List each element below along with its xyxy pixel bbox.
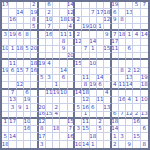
cell-r14c11[interactable] <box>75 97 82 104</box>
cell-r8c3[interactable] <box>17 53 24 60</box>
cell-r9c4[interactable] <box>24 60 31 67</box>
cell-r7c17[interactable] <box>119 46 126 53</box>
cell-r10c17[interactable]: 8 <box>119 68 126 75</box>
cell-r4c18[interactable] <box>126 24 133 31</box>
cell-r19c9[interactable] <box>60 133 67 140</box>
cell-r17c9[interactable] <box>60 119 67 126</box>
cell-r12c4[interactable] <box>24 82 31 89</box>
cell-r13c6[interactable] <box>39 90 46 97</box>
cell-r20c3[interactable] <box>17 141 24 148</box>
cell-r9c10[interactable] <box>68 60 75 67</box>
cell-r11c12[interactable]: 11 <box>82 75 89 82</box>
cell-r1c6[interactable] <box>39 2 46 9</box>
cell-r14c7[interactable] <box>46 97 53 104</box>
cell-r16c9[interactable] <box>60 112 67 119</box>
cell-r18c15[interactable] <box>104 126 111 133</box>
cell-r20c10[interactable] <box>68 141 75 148</box>
cell-r13c13[interactable] <box>90 90 97 97</box>
cell-r11c6[interactable]: 5 <box>39 75 46 82</box>
cell-r18c1[interactable] <box>2 126 9 133</box>
cell-r4c14[interactable]: 1 <box>97 24 104 31</box>
cell-r9c6[interactable]: 19 <box>39 60 46 67</box>
cell-r12c10[interactable] <box>68 82 75 89</box>
cell-r20c13[interactable]: 1 <box>90 141 97 148</box>
cell-r16c13[interactable] <box>90 112 97 119</box>
cell-r20c16[interactable]: 2 <box>112 141 119 148</box>
cell-r6c9[interactable]: 8 <box>60 39 67 46</box>
cell-r19c5[interactable] <box>31 133 38 140</box>
cell-r2c2[interactable] <box>9 9 16 16</box>
cell-r20c15[interactable] <box>104 141 111 148</box>
cell-r1c11[interactable] <box>75 2 82 9</box>
cell-r8c5[interactable] <box>31 53 38 60</box>
cell-r18c16[interactable]: 14 <box>112 126 119 133</box>
cell-r14c14[interactable]: 11 <box>97 97 104 104</box>
cell-r14c1[interactable] <box>2 97 9 104</box>
cell-r5c19[interactable]: 4 <box>133 31 140 38</box>
cell-r7c2[interactable]: 1 <box>9 46 16 53</box>
cell-r2c3[interactable]: 14 <box>17 9 24 16</box>
cell-r16c12[interactable]: 1 <box>82 112 89 119</box>
cell-r16c11[interactable] <box>75 112 82 119</box>
cell-r3c9[interactable]: 18 <box>60 17 67 24</box>
cell-r8c20[interactable] <box>141 53 148 60</box>
cell-r6c19[interactable] <box>133 39 140 46</box>
cell-r19c2[interactable]: 14 <box>9 133 16 140</box>
cell-r17c19[interactable]: 16 <box>133 119 140 126</box>
cell-r13c9[interactable]: 10 <box>60 90 67 97</box>
cell-r8c1[interactable] <box>2 53 9 60</box>
cell-r7c19[interactable] <box>133 46 140 53</box>
cell-r11c1[interactable] <box>2 75 9 82</box>
cell-r16c18[interactable]: 12 <box>126 112 133 119</box>
cell-r8c9[interactable] <box>60 53 67 60</box>
cell-r1c13[interactable] <box>90 2 97 9</box>
cell-r19c8[interactable] <box>53 133 60 140</box>
cell-r17c5[interactable] <box>31 119 38 126</box>
cell-r14c12[interactable]: 12 <box>82 97 89 104</box>
cell-r14c5[interactable] <box>31 97 38 104</box>
cell-r5c6[interactable] <box>39 31 46 38</box>
cell-r8c19[interactable] <box>133 53 140 60</box>
cell-r6c10[interactable] <box>68 39 75 46</box>
cell-r4c20[interactable] <box>141 24 148 31</box>
cell-r20c9[interactable] <box>60 141 67 148</box>
cell-r9c17[interactable] <box>119 60 126 67</box>
cell-r15c15[interactable]: 13 <box>104 104 111 111</box>
cell-r5c17[interactable]: 18 <box>119 31 126 38</box>
cell-r7c9[interactable]: 9 <box>60 46 67 53</box>
cell-r6c14[interactable] <box>97 39 104 46</box>
cell-r8c17[interactable] <box>119 53 126 60</box>
cell-r15c8[interactable]: 2 <box>53 104 60 111</box>
cell-r2c16[interactable]: 6 <box>112 9 119 16</box>
cell-r7c14[interactable] <box>97 46 104 53</box>
cell-r18c13[interactable] <box>90 126 97 133</box>
cell-r2c9[interactable] <box>60 9 67 16</box>
cell-r11c15[interactable] <box>104 75 111 82</box>
cell-r3c20[interactable] <box>141 17 148 24</box>
cell-r3c11[interactable]: 2 <box>75 17 82 24</box>
cell-r6c20[interactable] <box>141 39 148 46</box>
cell-r13c4[interactable]: 6 <box>24 90 31 97</box>
cell-r16c6[interactable]: 16 <box>39 112 46 119</box>
cell-r2c12[interactable] <box>82 9 89 16</box>
cell-r16c20[interactable]: 13 <box>141 112 148 119</box>
cell-r9c15[interactable] <box>104 60 111 67</box>
cell-r12c8[interactable]: 1 <box>53 82 60 89</box>
cell-r2c14[interactable]: 17 <box>97 9 104 16</box>
cell-r12c3[interactable]: 12 <box>17 82 24 89</box>
cell-r14c17[interactable]: 16 <box>119 97 126 104</box>
cell-r10c20[interactable] <box>141 68 148 75</box>
cell-r5c16[interactable]: 7 <box>112 31 119 38</box>
cell-r19c3[interactable] <box>17 133 24 140</box>
cell-r19c12[interactable] <box>82 133 89 140</box>
cell-r11c17[interactable] <box>119 75 126 82</box>
cell-r13c15[interactable]: 4 <box>104 90 111 97</box>
cell-r9c1[interactable] <box>2 60 9 67</box>
cell-r1c2[interactable] <box>9 2 16 9</box>
cell-r3c15[interactable]: 12 <box>104 17 111 24</box>
cell-r3c1[interactable] <box>2 17 9 24</box>
cell-r8c11[interactable] <box>75 53 82 60</box>
cell-r20c2[interactable] <box>9 141 16 148</box>
cell-r11c8[interactable] <box>53 75 60 82</box>
cell-r10c12[interactable] <box>82 68 89 75</box>
cell-r19c18[interactable] <box>126 133 133 140</box>
cell-r4c16[interactable] <box>112 24 119 31</box>
cell-r4c7[interactable]: 7 <box>46 24 53 31</box>
cell-r9c7[interactable]: 4 <box>46 60 53 67</box>
cell-r20c7[interactable] <box>46 141 53 148</box>
cell-r10c8[interactable] <box>53 68 60 75</box>
cell-r10c5[interactable]: 16 <box>31 68 38 75</box>
cell-r4c8[interactable] <box>53 24 60 31</box>
cell-r12c18[interactable]: 14 <box>126 82 133 89</box>
cell-r9c13[interactable]: 10 <box>90 60 97 67</box>
cell-r17c18[interactable] <box>126 119 133 126</box>
cell-r19c16[interactable]: 1 <box>112 133 119 140</box>
cell-r8c14[interactable] <box>97 53 104 60</box>
cell-r7c5[interactable]: 20 <box>31 46 38 53</box>
cell-r15c2[interactable]: 3 <box>9 104 16 111</box>
cell-r2c13[interactable]: 7 <box>90 9 97 16</box>
cell-r13c1[interactable] <box>2 90 9 97</box>
cell-r1c12[interactable] <box>82 2 89 9</box>
cell-r8c18[interactable] <box>126 53 133 60</box>
cell-r17c11[interactable] <box>75 119 82 126</box>
cell-r17c8[interactable] <box>53 119 60 126</box>
cell-r18c18[interactable] <box>126 126 133 133</box>
cell-r4c10[interactable]: 4 <box>68 24 75 31</box>
cell-r18c6[interactable]: 8 <box>39 126 46 133</box>
cell-r12c6[interactable] <box>39 82 46 89</box>
cell-r6c1[interactable] <box>2 39 9 46</box>
cell-r7c20[interactable] <box>141 46 148 53</box>
cell-r1c19[interactable]: 5 <box>133 2 140 9</box>
cell-r11c4[interactable] <box>24 75 31 82</box>
cell-r3c3[interactable] <box>17 17 24 24</box>
cell-r2c19[interactable] <box>133 9 140 16</box>
cell-r13c18[interactable] <box>126 90 133 97</box>
cell-r15c9[interactable] <box>60 104 67 111</box>
cell-r6c17[interactable] <box>119 39 126 46</box>
cell-r10c3[interactable]: 15 <box>17 68 24 75</box>
cell-r14c20[interactable]: 10 <box>141 97 148 104</box>
cell-r1c10[interactable]: 14 <box>68 2 75 9</box>
cell-r15c13[interactable]: 6 <box>90 104 97 111</box>
cell-r1c16[interactable]: 19 <box>112 2 119 9</box>
cell-r2c17[interactable] <box>119 9 126 16</box>
cell-r7c11[interactable] <box>75 46 82 53</box>
cell-r8c8[interactable] <box>53 53 60 60</box>
cell-r11c10[interactable] <box>68 75 75 82</box>
cell-r10c11[interactable] <box>75 68 82 75</box>
cell-r3c16[interactable]: 9 <box>112 17 119 24</box>
cell-r18c4[interactable]: 16 <box>24 126 31 133</box>
cell-r8c12[interactable] <box>82 53 89 60</box>
cell-r1c5[interactable]: 2 <box>31 2 38 9</box>
cell-r4c13[interactable]: 10 <box>90 24 97 31</box>
cell-r8c6[interactable] <box>39 53 46 60</box>
cell-r8c4[interactable] <box>24 53 31 60</box>
cell-r7c13[interactable]: 1 <box>90 46 97 53</box>
cell-r14c18[interactable]: 4 <box>126 97 133 104</box>
cell-r5c3[interactable]: 6 <box>17 31 24 38</box>
cell-r18c5[interactable] <box>31 126 38 133</box>
cell-r20c18[interactable]: 9 <box>126 141 133 148</box>
cell-r6c16[interactable]: 17 <box>112 39 119 46</box>
cell-r6c4[interactable] <box>24 39 31 46</box>
cell-r5c8[interactable] <box>53 31 60 38</box>
cell-r10c4[interactable]: 7 <box>24 68 31 75</box>
cell-r4c17[interactable] <box>119 24 126 31</box>
cell-r3c18[interactable] <box>126 17 133 24</box>
cell-r11c16[interactable] <box>112 75 119 82</box>
cell-r4c4[interactable] <box>24 24 31 31</box>
cell-r6c12[interactable] <box>82 39 89 46</box>
cell-r4c2[interactable] <box>9 24 16 31</box>
cell-r3c5[interactable]: 8 <box>31 17 38 24</box>
cell-r4c19[interactable] <box>133 24 140 31</box>
cell-r17c16[interactable]: 18 <box>112 119 119 126</box>
cell-r15c4[interactable]: 1 <box>24 104 31 111</box>
cell-r1c7[interactable]: 6 <box>46 2 53 9</box>
cell-r20c12[interactable]: 14 <box>82 141 89 148</box>
cell-r11c2[interactable] <box>9 75 16 82</box>
cell-r15c19[interactable] <box>133 104 140 111</box>
cell-r3c7[interactable]: 10 <box>46 17 53 24</box>
cell-r5c13[interactable] <box>90 31 97 38</box>
cell-r13c17[interactable] <box>119 90 126 97</box>
cell-r16c8[interactable]: 4 <box>53 112 60 119</box>
cell-r2c6[interactable] <box>39 9 46 16</box>
cell-r6c7[interactable] <box>46 39 53 46</box>
cell-r13c12[interactable]: 18 <box>82 90 89 97</box>
cell-r11c11[interactable] <box>75 75 82 82</box>
cell-r18c2[interactable] <box>9 126 16 133</box>
cell-r18c8[interactable]: 18 <box>53 126 60 133</box>
cell-r12c19[interactable] <box>133 82 140 89</box>
cell-r3c4[interactable] <box>24 17 31 24</box>
cell-r5c12[interactable] <box>82 31 89 38</box>
cell-r11c19[interactable] <box>133 75 140 82</box>
cell-r10c18[interactable]: 2 <box>126 68 133 75</box>
cell-r12c20[interactable]: 18 <box>141 82 148 89</box>
cell-r1c17[interactable] <box>119 2 126 9</box>
cell-r18c19[interactable] <box>133 126 140 133</box>
cell-r8c15[interactable] <box>104 53 111 60</box>
cell-r11c7[interactable]: 3 <box>46 75 53 82</box>
cell-r7c1[interactable]: 10 <box>2 46 9 53</box>
cell-r5c20[interactable]: 14 <box>141 31 148 38</box>
cell-r9c20[interactable] <box>141 60 148 67</box>
cell-r7c7[interactable] <box>46 46 53 53</box>
cell-r1c4[interactable] <box>24 2 31 9</box>
cell-r6c8[interactable] <box>53 39 60 46</box>
cell-r14c4[interactable]: 19 <box>24 97 31 104</box>
cell-r16c1[interactable] <box>2 112 9 119</box>
cell-r12c9[interactable] <box>60 82 67 89</box>
cell-r16c16[interactable]: 6 <box>112 112 119 119</box>
cell-r2c4[interactable] <box>24 9 31 16</box>
cell-r10c19[interactable]: 12 <box>133 68 140 75</box>
cell-r19c14[interactable] <box>97 133 104 140</box>
cell-r16c15[interactable] <box>104 112 111 119</box>
cell-r1c3[interactable] <box>17 2 24 9</box>
cell-r1c14[interactable] <box>97 2 104 9</box>
cell-r16c2[interactable] <box>9 112 16 119</box>
cell-r13c10[interactable] <box>68 90 75 97</box>
cell-r16c17[interactable]: 7 <box>119 112 126 119</box>
cell-r10c13[interactable] <box>90 68 97 75</box>
cell-r4c9[interactable] <box>60 24 67 31</box>
cell-r16c19[interactable]: 2 <box>133 112 140 119</box>
cell-r15c7[interactable] <box>46 104 53 111</box>
cell-r3c19[interactable] <box>133 17 140 24</box>
cell-r15c3[interactable]: 9 <box>17 104 24 111</box>
cell-r12c11[interactable] <box>75 82 82 89</box>
cell-r17c17[interactable] <box>119 119 126 126</box>
cell-r9c12[interactable] <box>82 60 89 67</box>
cell-r17c2[interactable]: 17 <box>9 119 16 126</box>
cell-r10c15[interactable] <box>104 68 111 75</box>
cell-r14c3[interactable] <box>17 97 24 104</box>
cell-r14c16[interactable] <box>112 97 119 104</box>
cell-r11c13[interactable] <box>90 75 97 82</box>
cell-r2c1[interactable] <box>2 9 9 16</box>
cell-r18c7[interactable] <box>46 126 53 133</box>
cell-r1c1[interactable]: 17 <box>2 2 9 9</box>
cell-r4c3[interactable] <box>17 24 24 31</box>
cell-r9c8[interactable] <box>53 60 60 67</box>
cell-r13c16[interactable] <box>112 90 119 97</box>
cell-r11c18[interactable]: 13 <box>126 75 133 82</box>
cell-r10c9[interactable]: 14 <box>60 68 67 75</box>
cell-r9c2[interactable]: 11 <box>9 60 16 67</box>
cell-r15c11[interactable]: 5 <box>75 104 82 111</box>
cell-r20c20[interactable]: 8 <box>141 141 148 148</box>
cell-r19c4[interactable] <box>24 133 31 140</box>
cell-r5c4[interactable]: 8 <box>24 31 31 38</box>
cell-r20c1[interactable]: 18 <box>2 141 9 148</box>
cell-r7c15[interactable]: 15 <box>104 46 111 53</box>
cell-r17c6[interactable]: 12 <box>39 119 46 126</box>
cell-r12c17[interactable]: 11 <box>119 82 126 89</box>
cell-r8c7[interactable] <box>46 53 53 60</box>
cell-r4c6[interactable] <box>39 24 46 31</box>
cell-r17c13[interactable] <box>90 119 97 126</box>
cell-r19c11[interactable] <box>75 133 82 140</box>
cell-r15c20[interactable] <box>141 104 148 111</box>
cell-r15c14[interactable] <box>97 104 104 111</box>
cell-r5c5[interactable] <box>31 31 38 38</box>
cell-r15c12[interactable]: 16 <box>82 104 89 111</box>
cell-r13c5[interactable] <box>31 90 38 97</box>
cell-r11c20[interactable]: 19 <box>141 75 148 82</box>
cell-r6c15[interactable] <box>104 39 111 46</box>
cell-r20c8[interactable] <box>53 141 60 148</box>
cell-r9c11[interactable]: 15 <box>75 60 82 67</box>
cell-r5c7[interactable]: 16 <box>46 31 53 38</box>
cell-r13c2[interactable]: 7 <box>9 90 16 97</box>
cell-r3c8[interactable] <box>53 17 60 24</box>
cell-r18c12[interactable]: 15 <box>82 126 89 133</box>
cell-r9c16[interactable] <box>112 60 119 67</box>
cell-r19c7[interactable] <box>46 133 53 140</box>
cell-r16c10[interactable] <box>68 112 75 119</box>
cell-r12c7[interactable] <box>46 82 53 89</box>
cell-r6c3[interactable] <box>17 39 24 46</box>
cell-r7c3[interactable]: 18 <box>17 46 24 53</box>
cell-r17c12[interactable]: 11 <box>82 119 89 126</box>
cell-r14c15[interactable] <box>104 97 111 104</box>
cell-r6c18[interactable] <box>126 39 133 46</box>
cell-r7c12[interactable]: 7 <box>82 46 89 53</box>
cell-r8c2[interactable] <box>9 53 16 60</box>
cell-r20c14[interactable] <box>97 141 104 148</box>
cell-r6c6[interactable] <box>39 39 46 46</box>
cell-r19c15[interactable] <box>104 133 111 140</box>
cell-r15c18[interactable] <box>126 104 133 111</box>
cell-r18c20[interactable]: 6 <box>141 126 148 133</box>
cell-r2c8[interactable] <box>53 9 60 16</box>
cell-r17c4[interactable]: 10 <box>24 119 31 126</box>
cell-r12c16[interactable]: 4 <box>112 82 119 89</box>
cell-r9c18[interactable] <box>126 60 133 67</box>
cell-r11c9[interactable]: 6 <box>60 75 67 82</box>
cell-r5c18[interactable]: 1 <box>126 31 133 38</box>
cell-r6c5[interactable] <box>31 39 38 46</box>
cell-r8c13[interactable] <box>90 53 97 60</box>
cell-r13c19[interactable] <box>133 90 140 97</box>
cell-r19c19[interactable]: 15 <box>133 133 140 140</box>
cell-r3c13[interactable] <box>90 17 97 24</box>
cell-r5c2[interactable]: 19 <box>9 31 16 38</box>
cell-r20c5[interactable] <box>31 141 38 148</box>
cell-r17c7[interactable] <box>46 119 53 126</box>
cell-r19c1[interactable]: 5 <box>2 133 9 140</box>
cell-r9c3[interactable] <box>17 60 24 67</box>
cell-r18c10[interactable]: 7 <box>68 126 75 133</box>
cell-r17c20[interactable] <box>141 119 148 126</box>
cell-r8c10[interactable]: 20 <box>68 53 75 60</box>
cell-r20c19[interactable] <box>133 141 140 148</box>
cell-r2c7[interactable]: 2 <box>46 9 53 16</box>
cell-r5c11[interactable]: 2 <box>75 31 82 38</box>
cell-r5c14[interactable] <box>97 31 104 38</box>
